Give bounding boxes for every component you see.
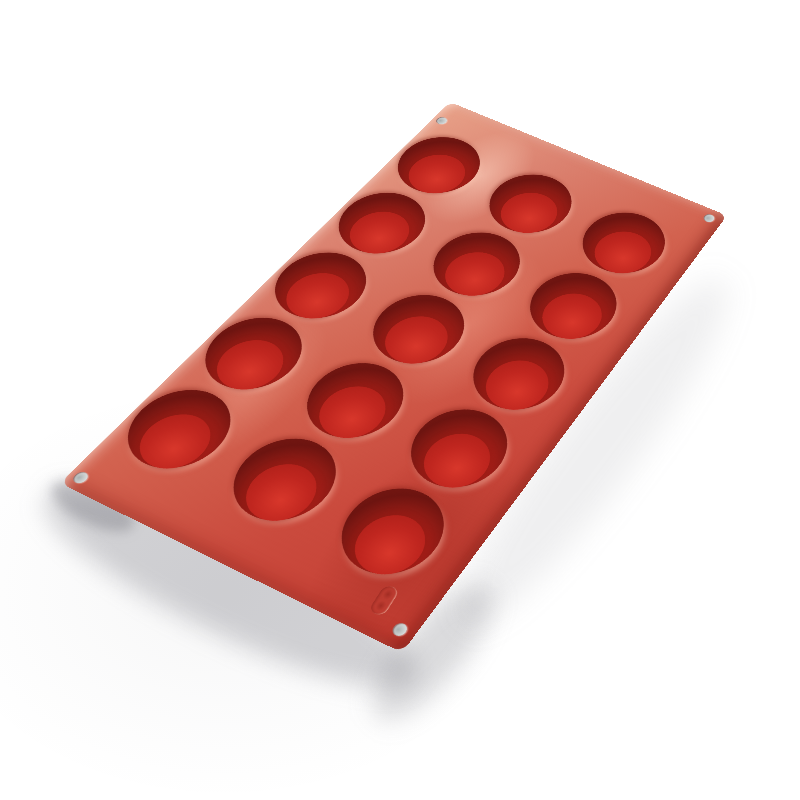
mold-cavity [106,377,251,483]
corner-hole [701,213,715,224]
mold-cavity [256,241,384,330]
product-photo [0,0,800,800]
mold-cavity [212,425,356,535]
mold-cavity [473,164,587,243]
mold-cavity [287,350,422,451]
mold-cavity [381,127,495,203]
mold-cavity [392,396,526,501]
mold-cavity [185,306,321,403]
corner-hole [389,621,409,638]
mold-cavity [567,202,680,284]
corner-hole [69,470,90,485]
mold-cavity [321,474,464,589]
mold-cavity [355,283,482,376]
mold-cavity [321,182,442,264]
mold-cavity [416,222,536,308]
mold-cavity [455,326,581,422]
embossed-logo [368,584,401,617]
mold-cavity [513,262,632,351]
corner-hole [433,116,448,126]
